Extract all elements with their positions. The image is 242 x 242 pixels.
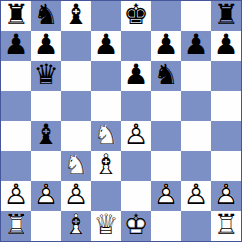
- black-piece-glyph: ♟: [121, 61, 151, 90]
- white-piece-outline-glyph: ♙: [181, 181, 211, 210]
- piece-black-pawn[interactable]: ♟: [151, 31, 181, 61]
- piece-white-bishop[interactable]: ♝♗: [91, 151, 121, 181]
- square-f7[interactable]: ♟: [151, 31, 181, 61]
- square-f2[interactable]: ♟♙: [151, 181, 181, 211]
- piece-white-pawn[interactable]: ♟♙: [31, 181, 61, 211]
- piece-black-rook[interactable]: ♜: [1, 1, 31, 31]
- piece-black-king[interactable]: ♚: [121, 1, 151, 31]
- square-a3[interactable]: [1, 151, 31, 181]
- piece-black-pawn[interactable]: ♟: [31, 31, 61, 61]
- square-h7[interactable]: ♟: [211, 31, 241, 61]
- square-c3[interactable]: ♞♘: [61, 151, 91, 181]
- square-g5[interactable]: [181, 91, 211, 121]
- square-g3[interactable]: [181, 151, 211, 181]
- white-piece-fill-glyph: ♞: [91, 121, 121, 150]
- square-b8[interactable]: ♞: [31, 1, 61, 31]
- white-piece-outline-glyph: ♖: [211, 211, 241, 240]
- square-d2[interactable]: [91, 181, 121, 211]
- piece-white-bishop[interactable]: ♝♗: [61, 211, 91, 241]
- square-a8[interactable]: ♜: [1, 1, 31, 31]
- chess-board: ♜♞♝♚♜♟♟♟♟♟♟♛♟♞♝♞♘♟♙♞♘♝♗♟♙♟♙♟♙♟♙♟♙♟♙♜♖♝♗♛…: [0, 0, 242, 242]
- white-piece-fill-glyph: ♟: [181, 181, 211, 210]
- white-piece-outline-glyph: ♔: [121, 211, 151, 240]
- white-piece-outline-glyph: ♙: [211, 181, 241, 210]
- piece-black-rook[interactable]: ♜: [211, 1, 241, 31]
- square-d1[interactable]: ♛♕: [91, 211, 121, 241]
- white-piece-fill-glyph: ♚: [121, 211, 151, 240]
- piece-white-rook[interactable]: ♜♖: [1, 211, 31, 241]
- square-c7[interactable]: [61, 31, 91, 61]
- square-g7[interactable]: ♟: [181, 31, 211, 61]
- white-piece-fill-glyph: ♝: [61, 211, 91, 240]
- black-piece-glyph: ♟: [181, 31, 211, 60]
- piece-black-pawn[interactable]: ♟: [211, 31, 241, 61]
- square-b6[interactable]: ♛: [31, 61, 61, 91]
- piece-white-queen[interactable]: ♛♕: [91, 211, 121, 241]
- white-piece-fill-glyph: ♟: [31, 181, 61, 210]
- black-piece-glyph: ♜: [1, 1, 31, 30]
- piece-white-rook[interactable]: ♜♖: [211, 211, 241, 241]
- piece-black-pawn[interactable]: ♟: [1, 31, 31, 61]
- piece-black-pawn[interactable]: ♟: [181, 31, 211, 61]
- piece-white-knight[interactable]: ♞♘: [61, 151, 91, 181]
- square-d7[interactable]: ♟: [91, 31, 121, 61]
- square-h8[interactable]: ♜: [211, 1, 241, 31]
- white-piece-outline-glyph: ♖: [1, 211, 31, 240]
- square-b7[interactable]: ♟: [31, 31, 61, 61]
- square-d5[interactable]: [91, 91, 121, 121]
- square-d6[interactable]: [91, 61, 121, 91]
- square-h1[interactable]: ♜♖: [211, 211, 241, 241]
- square-d4[interactable]: ♞♘: [91, 121, 121, 151]
- square-g4[interactable]: [181, 121, 211, 151]
- square-h5[interactable]: [211, 91, 241, 121]
- black-piece-glyph: ♜: [211, 1, 241, 30]
- black-piece-glyph: ♟: [31, 31, 61, 60]
- square-e3[interactable]: [121, 151, 151, 181]
- square-h6[interactable]: [211, 61, 241, 91]
- piece-white-pawn[interactable]: ♟♙: [121, 121, 151, 151]
- square-b1[interactable]: [31, 211, 61, 241]
- white-piece-outline-glyph: ♗: [61, 211, 91, 240]
- square-a7[interactable]: ♟: [1, 31, 31, 61]
- piece-black-bishop[interactable]: ♝: [31, 121, 61, 151]
- white-piece-outline-glyph: ♙: [121, 121, 151, 150]
- piece-black-queen[interactable]: ♛: [31, 61, 61, 91]
- piece-black-bishop[interactable]: ♝: [61, 1, 91, 31]
- square-g6[interactable]: [181, 61, 211, 91]
- black-piece-glyph: ♚: [121, 1, 151, 30]
- white-piece-outline-glyph: ♘: [61, 151, 91, 180]
- square-e7[interactable]: [121, 31, 151, 61]
- piece-white-pawn[interactable]: ♟♙: [1, 181, 31, 211]
- white-piece-outline-glyph: ♙: [61, 181, 91, 210]
- piece-black-knight[interactable]: ♞: [31, 1, 61, 31]
- square-b4[interactable]: ♝: [31, 121, 61, 151]
- white-piece-outline-glyph: ♗: [91, 151, 121, 180]
- square-b5[interactable]: [31, 91, 61, 121]
- square-c4[interactable]: [61, 121, 91, 151]
- white-piece-fill-glyph: ♟: [61, 181, 91, 210]
- black-piece-glyph: ♞: [31, 1, 61, 30]
- white-piece-outline-glyph: ♕: [91, 211, 121, 240]
- square-e8[interactable]: ♚: [121, 1, 151, 31]
- square-e6[interactable]: ♟: [121, 61, 151, 91]
- square-e1[interactable]: ♚♔: [121, 211, 151, 241]
- square-a6[interactable]: [1, 61, 31, 91]
- black-piece-glyph: ♟: [91, 31, 121, 60]
- square-a1[interactable]: ♜♖: [1, 211, 31, 241]
- square-g2[interactable]: ♟♙: [181, 181, 211, 211]
- square-c2[interactable]: ♟♙: [61, 181, 91, 211]
- square-c1[interactable]: ♝♗: [61, 211, 91, 241]
- square-e2[interactable]: [121, 181, 151, 211]
- square-a5[interactable]: [1, 91, 31, 121]
- square-d3[interactable]: ♝♗: [91, 151, 121, 181]
- white-piece-fill-glyph: ♟: [211, 181, 241, 210]
- black-piece-glyph: ♛: [31, 61, 61, 90]
- square-f1[interactable]: [151, 211, 181, 241]
- white-piece-fill-glyph: ♜: [1, 211, 31, 240]
- white-piece-outline-glyph: ♘: [91, 121, 121, 150]
- piece-black-knight[interactable]: ♞: [151, 61, 181, 91]
- square-h3[interactable]: [211, 151, 241, 181]
- white-piece-fill-glyph: ♟: [151, 181, 181, 210]
- square-b2[interactable]: ♟♙: [31, 181, 61, 211]
- square-a2[interactable]: ♟♙: [1, 181, 31, 211]
- black-piece-glyph: ♝: [61, 1, 91, 30]
- square-h2[interactable]: ♟♙: [211, 181, 241, 211]
- square-e5[interactable]: [121, 91, 151, 121]
- square-c5[interactable]: [61, 91, 91, 121]
- piece-white-pawn[interactable]: ♟♙: [151, 181, 181, 211]
- square-f5[interactable]: [151, 91, 181, 121]
- square-c6[interactable]: [61, 61, 91, 91]
- chess-board-container: ♜♞♝♚♜♟♟♟♟♟♟♛♟♞♝♞♘♟♙♞♘♝♗♟♙♟♙♟♙♟♙♟♙♟♙♜♖♝♗♛…: [0, 0, 242, 242]
- piece-black-pawn[interactable]: ♟: [91, 31, 121, 61]
- white-piece-fill-glyph: ♜: [211, 211, 241, 240]
- square-g1[interactable]: [181, 211, 211, 241]
- square-f3[interactable]: [151, 151, 181, 181]
- white-piece-outline-glyph: ♙: [31, 181, 61, 210]
- square-a4[interactable]: [1, 121, 31, 151]
- square-h4[interactable]: [211, 121, 241, 151]
- white-piece-outline-glyph: ♙: [151, 181, 181, 210]
- square-d8[interactable]: [91, 1, 121, 31]
- white-piece-fill-glyph: ♟: [1, 181, 31, 210]
- square-f6[interactable]: ♞: [151, 61, 181, 91]
- white-piece-outline-glyph: ♙: [1, 181, 31, 210]
- white-piece-fill-glyph: ♝: [91, 151, 121, 180]
- square-e4[interactable]: ♟♙: [121, 121, 151, 151]
- piece-white-pawn[interactable]: ♟♙: [181, 181, 211, 211]
- piece-white-knight[interactable]: ♞♘: [91, 121, 121, 151]
- white-piece-fill-glyph: ♟: [121, 121, 151, 150]
- square-f8[interactable]: [151, 1, 181, 31]
- black-piece-glyph: ♞: [151, 61, 181, 90]
- black-piece-glyph: ♝: [31, 121, 61, 150]
- piece-white-king[interactable]: ♚♔: [121, 211, 151, 241]
- black-piece-glyph: ♟: [151, 31, 181, 60]
- white-piece-fill-glyph: ♛: [91, 211, 121, 240]
- piece-white-pawn[interactable]: ♟♙: [61, 181, 91, 211]
- square-f4[interactable]: [151, 121, 181, 151]
- piece-black-pawn[interactable]: ♟: [121, 61, 151, 91]
- black-piece-glyph: ♟: [211, 31, 241, 60]
- piece-white-pawn[interactable]: ♟♙: [211, 181, 241, 211]
- square-c8[interactable]: ♝: [61, 1, 91, 31]
- square-g8[interactable]: [181, 1, 211, 31]
- white-piece-fill-glyph: ♞: [61, 151, 91, 180]
- square-b3[interactable]: [31, 151, 61, 181]
- black-piece-glyph: ♟: [1, 31, 31, 60]
